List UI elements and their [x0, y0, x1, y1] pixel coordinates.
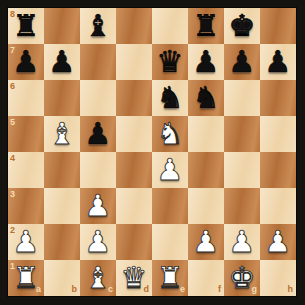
square-f4[interactable] — [188, 152, 224, 188]
square-e6[interactable]: ♞ — [152, 80, 188, 116]
square-g8[interactable]: ♚ — [224, 8, 260, 44]
square-e1[interactable]: e♜ — [152, 260, 188, 296]
piece-white-pawn[interactable]: ♟ — [80, 224, 116, 260]
piece-black-bishop[interactable]: ♝ — [80, 8, 116, 44]
square-b7[interactable]: ♟ — [44, 44, 80, 80]
square-g1[interactable]: g♚ — [224, 260, 260, 296]
piece-white-pawn[interactable]: ♟ — [224, 224, 260, 260]
square-f1[interactable]: f — [188, 260, 224, 296]
square-h2[interactable]: ♟ — [260, 224, 296, 260]
square-g6[interactable] — [224, 80, 260, 116]
square-f5[interactable] — [188, 116, 224, 152]
square-h7[interactable]: ♟ — [260, 44, 296, 80]
square-d1[interactable]: d♛ — [116, 260, 152, 296]
piece-black-king[interactable]: ♚ — [224, 8, 260, 44]
square-e8[interactable] — [152, 8, 188, 44]
piece-black-pawn[interactable]: ♟ — [8, 44, 44, 80]
piece-white-king[interactable]: ♚ — [224, 260, 260, 296]
piece-white-pawn[interactable]: ♟ — [188, 224, 224, 260]
square-d4[interactable] — [116, 152, 152, 188]
piece-black-pawn[interactable]: ♟ — [80, 116, 116, 152]
piece-white-rook[interactable]: ♜ — [152, 260, 188, 296]
file-label-b: b — [72, 285, 78, 294]
square-g5[interactable] — [224, 116, 260, 152]
chess-board: 8♜♝♜♚7♟♟♛♟♟♟6♞♞5♝♟♞4♟3♟2♟♟♟♟♟1a♜bc♝d♛e♜f… — [8, 8, 296, 296]
file-label-f: f — [218, 285, 221, 294]
piece-black-pawn[interactable]: ♟ — [44, 44, 80, 80]
square-b6[interactable] — [44, 80, 80, 116]
rank-label-6: 6 — [10, 82, 15, 91]
piece-white-rook[interactable]: ♜ — [8, 260, 44, 296]
square-f8[interactable]: ♜ — [188, 8, 224, 44]
square-c4[interactable] — [80, 152, 116, 188]
square-h5[interactable] — [260, 116, 296, 152]
square-b2[interactable] — [44, 224, 80, 260]
square-f2[interactable]: ♟ — [188, 224, 224, 260]
square-g7[interactable]: ♟ — [224, 44, 260, 80]
piece-black-knight[interactable]: ♞ — [188, 80, 224, 116]
square-c6[interactable] — [80, 80, 116, 116]
square-e4[interactable]: ♟ — [152, 152, 188, 188]
piece-black-rook[interactable]: ♜ — [8, 8, 44, 44]
square-a7[interactable]: 7♟ — [8, 44, 44, 80]
square-a8[interactable]: 8♜ — [8, 8, 44, 44]
square-d6[interactable] — [116, 80, 152, 116]
square-f3[interactable] — [188, 188, 224, 224]
square-g3[interactable] — [224, 188, 260, 224]
square-f6[interactable]: ♞ — [188, 80, 224, 116]
square-b8[interactable] — [44, 8, 80, 44]
app-window: { "game": "chess", "position": { "fen": … — [0, 0, 305, 305]
square-a3[interactable]: 3 — [8, 188, 44, 224]
square-h1[interactable]: h — [260, 260, 296, 296]
square-h6[interactable] — [260, 80, 296, 116]
piece-black-pawn[interactable]: ♟ — [260, 44, 296, 80]
square-d3[interactable] — [116, 188, 152, 224]
square-f7[interactable]: ♟ — [188, 44, 224, 80]
piece-black-queen[interactable]: ♛ — [152, 44, 188, 80]
square-c5[interactable]: ♟ — [80, 116, 116, 152]
square-a1[interactable]: 1a♜ — [8, 260, 44, 296]
square-c8[interactable]: ♝ — [80, 8, 116, 44]
square-d8[interactable] — [116, 8, 152, 44]
file-label-h: h — [288, 285, 294, 294]
square-h8[interactable] — [260, 8, 296, 44]
square-b4[interactable] — [44, 152, 80, 188]
piece-white-pawn[interactable]: ♟ — [260, 224, 296, 260]
square-e5[interactable]: ♞ — [152, 116, 188, 152]
piece-white-pawn[interactable]: ♟ — [152, 152, 188, 188]
square-a5[interactable]: 5 — [8, 116, 44, 152]
piece-black-pawn[interactable]: ♟ — [224, 44, 260, 80]
piece-white-knight[interactable]: ♞ — [152, 116, 188, 152]
square-a2[interactable]: 2♟ — [8, 224, 44, 260]
square-e3[interactable] — [152, 188, 188, 224]
square-g4[interactable] — [224, 152, 260, 188]
square-e7[interactable]: ♛ — [152, 44, 188, 80]
square-h4[interactable] — [260, 152, 296, 188]
square-b3[interactable] — [44, 188, 80, 224]
square-c7[interactable] — [80, 44, 116, 80]
square-c2[interactable]: ♟ — [80, 224, 116, 260]
piece-black-knight[interactable]: ♞ — [152, 80, 188, 116]
square-g2[interactable]: ♟ — [224, 224, 260, 260]
piece-black-rook[interactable]: ♜ — [188, 8, 224, 44]
rank-label-5: 5 — [10, 118, 15, 127]
piece-white-bishop[interactable]: ♝ — [44, 116, 80, 152]
square-e2[interactable] — [152, 224, 188, 260]
square-d2[interactable] — [116, 224, 152, 260]
square-d5[interactable] — [116, 116, 152, 152]
square-d7[interactable] — [116, 44, 152, 80]
piece-white-queen[interactable]: ♛ — [116, 260, 152, 296]
square-c3[interactable]: ♟ — [80, 188, 116, 224]
rank-label-3: 3 — [10, 190, 15, 199]
piece-white-pawn[interactable]: ♟ — [8, 224, 44, 260]
piece-white-bishop[interactable]: ♝ — [80, 260, 116, 296]
square-a6[interactable]: 6 — [8, 80, 44, 116]
square-b1[interactable]: b — [44, 260, 80, 296]
square-c1[interactable]: c♝ — [80, 260, 116, 296]
square-a4[interactable]: 4 — [8, 152, 44, 188]
square-h3[interactable] — [260, 188, 296, 224]
rank-label-4: 4 — [10, 154, 15, 163]
piece-white-pawn[interactable]: ♟ — [80, 188, 116, 224]
square-b5[interactable]: ♝ — [44, 116, 80, 152]
piece-black-pawn[interactable]: ♟ — [188, 44, 224, 80]
